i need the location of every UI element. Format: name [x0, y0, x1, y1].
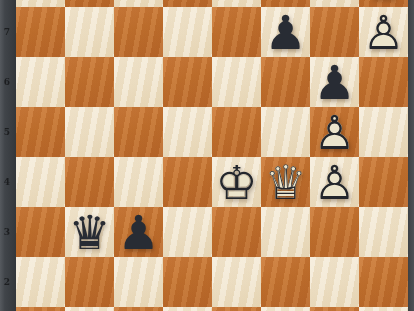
- square-b6[interactable]: [65, 57, 114, 107]
- square-a2[interactable]: [16, 257, 65, 307]
- square-b4[interactable]: [65, 157, 114, 207]
- square-a4[interactable]: [16, 157, 65, 207]
- chess-board-screenshot: ♚♟♟♙♟♟♙♚♔♛♕♟♙♛♟ 7 6 5 4 3 2: [0, 0, 414, 311]
- rank-label-4: 4: [1, 177, 13, 188]
- square-a6[interactable]: [16, 57, 65, 107]
- square-g1[interactable]: [310, 307, 359, 311]
- square-e8[interactable]: [212, 0, 261, 7]
- square-b8[interactable]: [65, 0, 114, 7]
- square-h3[interactable]: [359, 207, 408, 257]
- square-f6[interactable]: [261, 57, 310, 107]
- square-d5[interactable]: [163, 107, 212, 157]
- square-c8[interactable]: [114, 0, 163, 7]
- square-a7[interactable]: [16, 7, 65, 57]
- square-f1[interactable]: [261, 307, 310, 311]
- square-g7[interactable]: [310, 7, 359, 57]
- square-a3[interactable]: [16, 207, 65, 257]
- square-e7[interactable]: [212, 7, 261, 57]
- square-e2[interactable]: [212, 257, 261, 307]
- square-d6[interactable]: [163, 57, 212, 107]
- square-f5[interactable]: [261, 107, 310, 157]
- square-g3[interactable]: [310, 207, 359, 257]
- square-f4[interactable]: ♛♕: [261, 157, 310, 207]
- square-c2[interactable]: [114, 257, 163, 307]
- square-d2[interactable]: [163, 257, 212, 307]
- square-f2[interactable]: [261, 257, 310, 307]
- square-g5[interactable]: ♟♙: [310, 107, 359, 157]
- piece-outline: ♙: [359, 7, 408, 57]
- square-h4[interactable]: [359, 157, 408, 207]
- square-h6[interactable]: [359, 57, 408, 107]
- rank-label-6: 6: [1, 77, 13, 88]
- square-c6[interactable]: [114, 57, 163, 107]
- square-e5[interactable]: [212, 107, 261, 157]
- square-f7[interactable]: ♟: [261, 7, 310, 57]
- square-g8[interactable]: [310, 0, 359, 7]
- square-b5[interactable]: [65, 107, 114, 157]
- square-d3[interactable]: [163, 207, 212, 257]
- square-e1[interactable]: [212, 307, 261, 311]
- black-pawn-piece: ♟: [310, 57, 359, 107]
- rank-label-2: 2: [1, 277, 13, 288]
- square-h5[interactable]: [359, 107, 408, 157]
- piece-outline: ♙: [310, 157, 359, 207]
- square-d4[interactable]: [163, 157, 212, 207]
- square-b1[interactable]: [65, 307, 114, 311]
- square-b2[interactable]: [65, 257, 114, 307]
- square-a1[interactable]: [16, 307, 65, 311]
- square-h7[interactable]: ♟♙: [359, 7, 408, 57]
- black-queen-piece: ♛: [65, 207, 114, 257]
- white-pawn-piece: ♟♙: [359, 7, 408, 57]
- square-h2[interactable]: [359, 257, 408, 307]
- rank-label-3: 3: [1, 227, 13, 238]
- square-d7[interactable]: [163, 7, 212, 57]
- piece-outline: ♙: [310, 107, 359, 157]
- square-c3[interactable]: ♟: [114, 207, 163, 257]
- square-g6[interactable]: ♟: [310, 57, 359, 107]
- square-c1[interactable]: [114, 307, 163, 311]
- rank-label-7: 7: [1, 27, 13, 38]
- white-king-piece: ♚♔: [212, 157, 261, 207]
- square-e3[interactable]: [212, 207, 261, 257]
- square-f3[interactable]: [261, 207, 310, 257]
- square-e4[interactable]: ♚♔: [212, 157, 261, 207]
- piece-outline: ♕: [261, 157, 310, 207]
- chess-board: ♚♟♟♙♟♟♙♚♔♛♕♟♙♛♟: [16, 0, 408, 311]
- rank-label-strip: 7 6 5 4 3 2: [0, 0, 16, 311]
- square-a8[interactable]: [16, 0, 65, 7]
- square-g4[interactable]: ♟♙: [310, 157, 359, 207]
- square-b7[interactable]: [65, 7, 114, 57]
- white-queen-piece: ♛♕: [261, 157, 310, 207]
- square-b3[interactable]: ♛: [65, 207, 114, 257]
- square-h1[interactable]: [359, 307, 408, 311]
- white-pawn-piece: ♟♙: [310, 157, 359, 207]
- square-e6[interactable]: [212, 57, 261, 107]
- square-g2[interactable]: [310, 257, 359, 307]
- square-c5[interactable]: [114, 107, 163, 157]
- piece-outline: ♔: [212, 157, 261, 207]
- black-pawn-piece: ♟: [261, 7, 310, 57]
- square-c4[interactable]: [114, 157, 163, 207]
- square-d8[interactable]: [163, 0, 212, 7]
- board-frame-right-edge: [408, 0, 414, 311]
- square-d1[interactable]: [163, 307, 212, 311]
- black-pawn-piece: ♟: [114, 207, 163, 257]
- square-c7[interactable]: [114, 7, 163, 57]
- white-pawn-piece: ♟♙: [310, 107, 359, 157]
- rank-label-5: 5: [1, 127, 13, 138]
- square-a5[interactable]: [16, 107, 65, 157]
